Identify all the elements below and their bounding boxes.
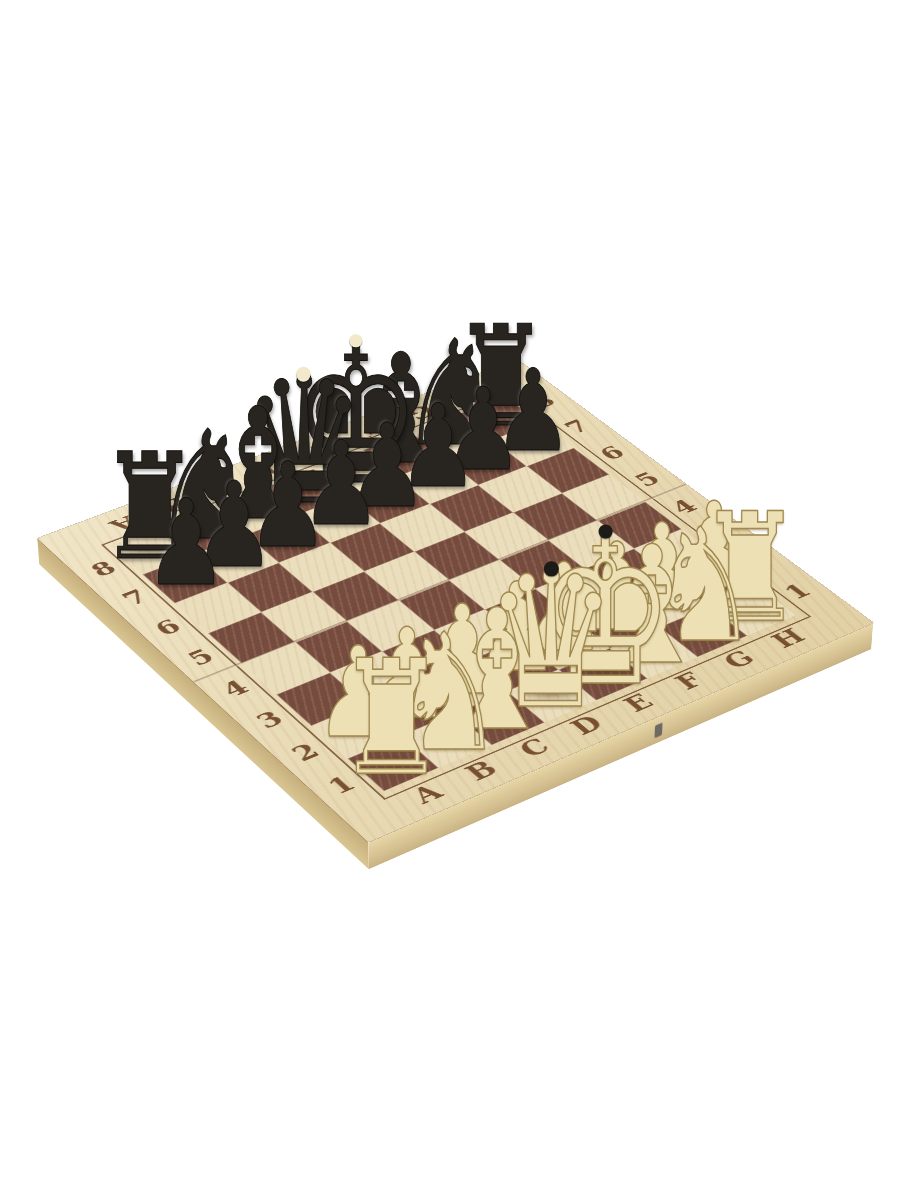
pawn-glyph: ♟: [144, 484, 227, 603]
rook-glyph: ♜: [336, 639, 447, 797]
piece-black-pawn-a7[interactable]: ♟: [133, 484, 239, 603]
piece-white-rook-a1[interactable]: ♜: [320, 639, 462, 797]
photo-canvas: ABCDEFGH ABCDEFGH 87654321 87654321 ♜♞♝♛…: [0, 0, 900, 1200]
